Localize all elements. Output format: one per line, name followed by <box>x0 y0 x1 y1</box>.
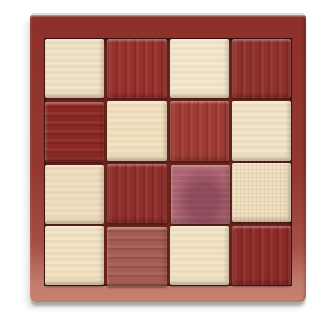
puzzle-tray <box>30 15 306 302</box>
tray-well <box>44 38 292 286</box>
cube-r2c3-dark <box>170 101 229 160</box>
cube-r3c4-light <box>232 163 291 222</box>
cube-r4c4-dark <box>232 226 291 285</box>
cube-r4c3-light <box>170 226 229 285</box>
cube-r2c4-light <box>232 101 291 160</box>
puzzle-grid <box>45 39 291 285</box>
cube-r1c1-light <box>45 39 104 98</box>
cube-r3c2-dark <box>107 164 166 223</box>
cube-r3c3-mauve <box>171 165 230 224</box>
cube-r1c4-dark <box>232 39 291 98</box>
cube-r3c1-light <box>45 165 104 224</box>
cube-r1c2-dark <box>107 39 166 98</box>
cube-r2c1-dark <box>45 102 104 161</box>
cube-r1c3-light <box>170 39 229 98</box>
cube-r4c2-pink <box>107 227 166 286</box>
cube-r2c2-light <box>107 101 166 160</box>
photo-canvas <box>0 0 328 328</box>
cube-r4c1-light <box>45 226 104 285</box>
